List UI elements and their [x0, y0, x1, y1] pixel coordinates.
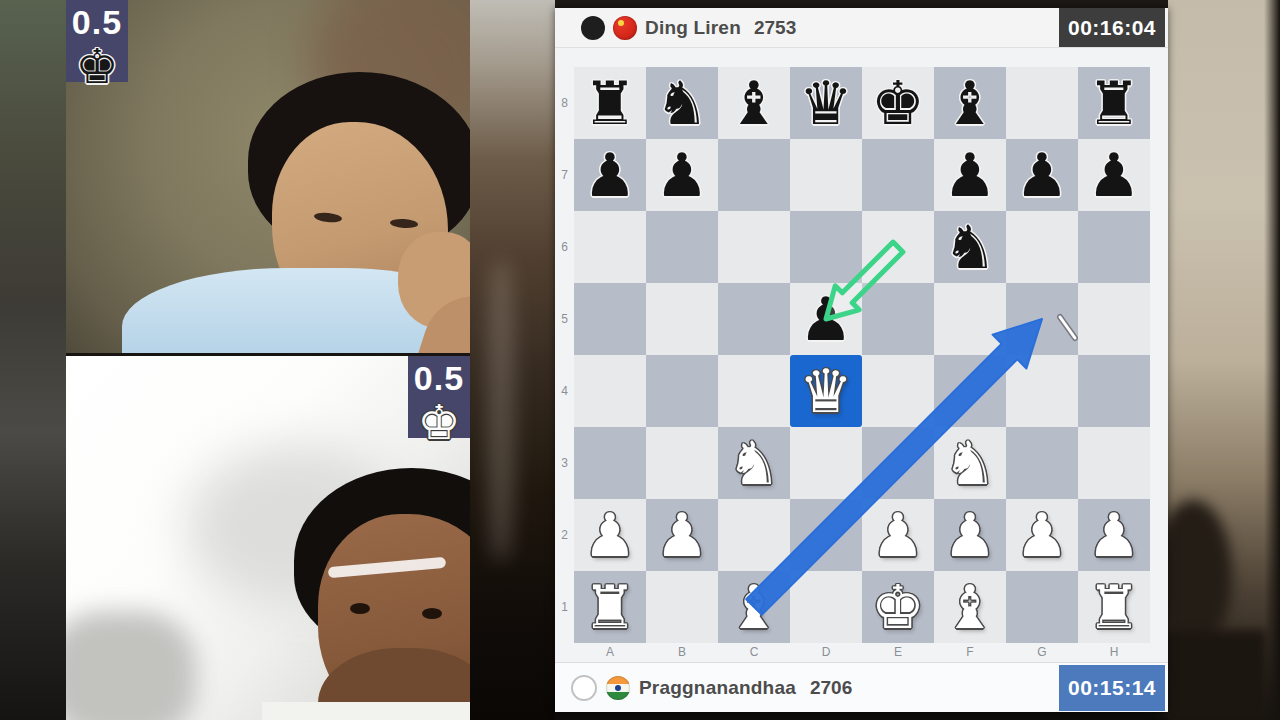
piece-black-knight: ♞	[943, 211, 997, 283]
file-label-f: F	[934, 643, 1006, 661]
rank-label-6: 6	[555, 211, 574, 283]
piece-white-pawn: ♟	[1087, 499, 1141, 571]
rank-label-5: 5	[555, 283, 574, 355]
piece-white-queen: ♛	[799, 355, 853, 427]
square-e8[interactable]: ♚	[862, 67, 934, 139]
piece-black-pawn: ♟	[583, 139, 637, 211]
square-c6[interactable]	[718, 211, 790, 283]
rank-label-3: 3	[555, 427, 574, 499]
piece-black-bishop: ♝	[727, 67, 781, 139]
square-e6[interactable]	[862, 211, 934, 283]
piece-black-pawn: ♟	[655, 139, 709, 211]
piece-black-queen: ♛	[799, 67, 853, 139]
square-h7[interactable]: ♟	[1078, 139, 1150, 211]
clock-bottom: 00:15:14	[1059, 665, 1165, 711]
piece-black-pawn: ♟	[1015, 139, 1069, 211]
square-d3[interactable]	[790, 427, 862, 499]
piece-white-bishop: ♝	[727, 571, 781, 643]
statue-base-silhouette	[1162, 630, 1266, 720]
rank-label-1: 1	[555, 571, 574, 643]
square-f7[interactable]: ♟	[934, 139, 1006, 211]
square-h3[interactable]	[1078, 427, 1150, 499]
square-d4[interactable]: ♛	[790, 355, 862, 427]
square-b2[interactable]: ♟	[646, 499, 718, 571]
square-e1[interactable]: ♚	[862, 571, 934, 643]
player-bar-bottom: Praggnanandhaa 2706 00:15:14	[555, 662, 1168, 712]
piece-black-king: ♚	[871, 67, 925, 139]
square-e3[interactable]	[862, 427, 934, 499]
piece-black-pawn: ♟	[1087, 139, 1141, 211]
black-king-icon: ♚	[66, 42, 128, 90]
piece-white-pawn: ♟	[1015, 499, 1069, 571]
square-c3[interactable]: ♞	[718, 427, 790, 499]
china-flag-icon	[613, 16, 637, 40]
file-label-b: B	[646, 643, 718, 661]
flag-chakra	[615, 685, 621, 691]
player-name-bottom: Praggnanandhaa	[639, 677, 796, 699]
score-badge-pragg: 0.5 ♚	[408, 356, 470, 438]
piece-black-rook: ♜	[1087, 67, 1141, 139]
piece-white-rook: ♜	[583, 571, 637, 643]
square-g3[interactable]	[1006, 427, 1078, 499]
square-h2[interactable]: ♟	[1078, 499, 1150, 571]
square-e7[interactable]	[862, 139, 934, 211]
flag-star	[618, 20, 624, 26]
player-bar-top: Ding Liren 2753 00:16:04	[555, 8, 1168, 48]
piece-black-bishop: ♝	[943, 67, 997, 139]
background-right-wall	[1168, 0, 1280, 720]
square-b1[interactable]	[646, 571, 718, 643]
white-side-icon	[571, 675, 597, 701]
rank-label-7: 7	[555, 139, 574, 211]
file-label-d: D	[790, 643, 862, 661]
square-h8[interactable]: ♜	[1078, 67, 1150, 139]
square-d1[interactable]	[790, 571, 862, 643]
square-a4[interactable]	[574, 355, 646, 427]
piece-white-pawn: ♟	[943, 499, 997, 571]
player-rating-bottom: 2706	[810, 677, 852, 699]
piece-black-pawn: ♟	[943, 139, 997, 211]
square-g2[interactable]: ♟	[1006, 499, 1078, 571]
square-f1[interactable]: ♝	[934, 571, 1006, 643]
broadcast-frame: 0.5 ♚ 0.5 ♚ Ding Liren 2753 00:16:04 876…	[0, 0, 1280, 720]
pragg-eye-left	[350, 603, 370, 614]
background-middle-statue	[470, 0, 555, 720]
square-g1[interactable]	[1006, 571, 1078, 643]
square-c2[interactable]	[718, 499, 790, 571]
game-panel: Ding Liren 2753 00:16:04 87654321 ♜♞♝♛♚♝…	[555, 8, 1168, 712]
square-e4[interactable]	[862, 355, 934, 427]
piece-white-knight: ♞	[943, 427, 997, 499]
piece-black-knight: ♞	[655, 67, 709, 139]
square-f6[interactable]: ♞	[934, 211, 1006, 283]
square-d5[interactable]: ♟	[790, 283, 862, 355]
pragg-eye-right	[422, 608, 442, 619]
square-f8[interactable]: ♝	[934, 67, 1006, 139]
player-name-top: Ding Liren	[645, 17, 741, 39]
square-h6[interactable]	[1078, 211, 1150, 283]
clock-top: 00:16:04	[1059, 8, 1165, 47]
square-a3[interactable]	[574, 427, 646, 499]
square-f4[interactable]	[934, 355, 1006, 427]
pragg-shirt	[262, 702, 470, 720]
square-h4[interactable]	[1078, 355, 1150, 427]
piece-white-knight: ♞	[727, 427, 781, 499]
square-a5[interactable]	[574, 283, 646, 355]
square-b8[interactable]: ♞	[646, 67, 718, 139]
white-king-icon: ♚	[408, 398, 470, 446]
square-c7[interactable]	[718, 139, 790, 211]
square-b4[interactable]	[646, 355, 718, 427]
square-d7[interactable]	[790, 139, 862, 211]
square-e5[interactable]	[862, 283, 934, 355]
square-a6[interactable]	[574, 211, 646, 283]
rank-label-4: 4	[555, 355, 574, 427]
square-f5[interactable]	[934, 283, 1006, 355]
piece-white-pawn: ♟	[583, 499, 637, 571]
webcam-praggnanandhaa: 0.5 ♚	[66, 356, 470, 720]
piece-white-rook: ♜	[1087, 571, 1141, 643]
piece-white-pawn: ♟	[871, 499, 925, 571]
rank-label-8: 8	[555, 67, 574, 139]
black-side-icon	[581, 16, 605, 40]
piece-white-pawn: ♟	[655, 499, 709, 571]
score-value: 0.5	[66, 3, 128, 42]
square-h5[interactable]	[1078, 283, 1150, 355]
square-g5[interactable]	[1006, 283, 1078, 355]
india-flag-icon	[606, 676, 630, 700]
file-label-h: H	[1078, 643, 1150, 661]
square-c5[interactable]	[718, 283, 790, 355]
file-label-c: C	[718, 643, 790, 661]
square-b6[interactable]	[646, 211, 718, 283]
file-label-a: A	[574, 643, 646, 661]
square-c1[interactable]: ♝	[718, 571, 790, 643]
player-rating-top: 2753	[754, 17, 796, 39]
file-label-e: E	[862, 643, 934, 661]
square-f3[interactable]: ♞	[934, 427, 1006, 499]
square-c8[interactable]: ♝	[718, 67, 790, 139]
rank-label-2: 2	[555, 499, 574, 571]
square-d6[interactable]	[790, 211, 862, 283]
square-d2[interactable]	[790, 499, 862, 571]
piece-white-king: ♚	[871, 571, 925, 643]
background-left-statue	[0, 0, 66, 720]
square-g7[interactable]: ♟	[1006, 139, 1078, 211]
rank-labels: 87654321	[555, 67, 574, 643]
piece-white-bishop: ♝	[943, 571, 997, 643]
chess-board: ♜♞♝♛♚♝♜♟♟♟♟♟♞♟♛♞♞♟♟♟♟♟♟♜♝♚♝♜	[574, 67, 1150, 643]
square-a7[interactable]: ♟	[574, 139, 646, 211]
square-c4[interactable]	[718, 355, 790, 427]
square-g8[interactable]	[1006, 67, 1078, 139]
score-badge-ding: 0.5 ♚	[66, 0, 128, 82]
square-a8[interactable]: ♜	[574, 67, 646, 139]
score-value: 0.5	[408, 359, 470, 398]
square-a1[interactable]: ♜	[574, 571, 646, 643]
file-labels: ABCDEFGH	[574, 643, 1150, 661]
square-a2[interactable]: ♟	[574, 499, 646, 571]
square-b3[interactable]	[646, 427, 718, 499]
webcam-ding-liren: 0.5 ♚	[66, 0, 470, 353]
square-h1[interactable]: ♜	[1078, 571, 1150, 643]
square-b7[interactable]: ♟	[646, 139, 718, 211]
square-f2[interactable]: ♟	[934, 499, 1006, 571]
file-label-g: G	[1006, 643, 1078, 661]
square-g4[interactable]	[1006, 355, 1078, 427]
square-d8[interactable]: ♛	[790, 67, 862, 139]
square-g6[interactable]	[1006, 211, 1078, 283]
square-b5[interactable]	[646, 283, 718, 355]
piece-black-pawn: ♟	[799, 283, 853, 355]
frame-edge-shadow	[1264, 0, 1280, 720]
square-e2[interactable]: ♟	[862, 499, 934, 571]
piece-black-rook: ♜	[583, 67, 637, 139]
blurred-foreground-object	[66, 611, 196, 720]
